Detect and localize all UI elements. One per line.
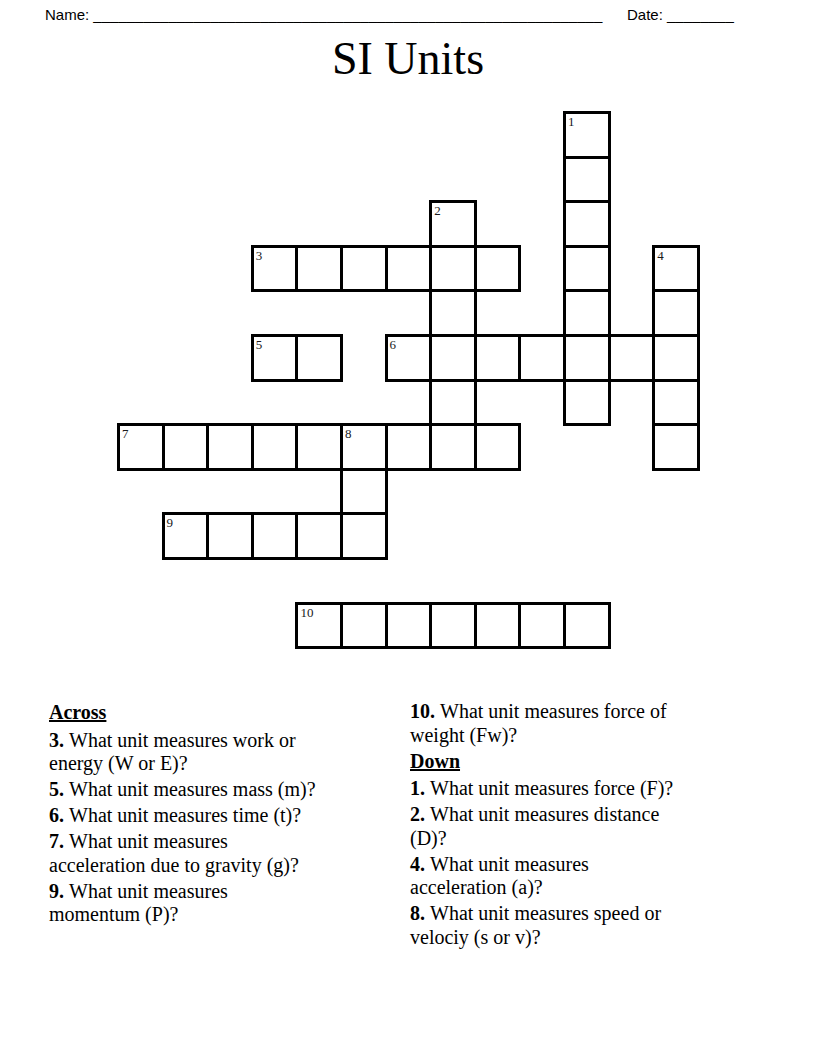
clue-number-8: 8 — [345, 426, 352, 441]
clue-number-10: 10 — [300, 605, 313, 620]
clue-across-7: 7. What unit measuresacceleration due to… — [49, 830, 369, 877]
grid-cell-r5c8[interactable] — [474, 334, 522, 382]
puzzle-title: SI Units — [0, 33, 816, 85]
grid-cell-r9c2[interactable] — [206, 512, 254, 560]
clue-number-7: 7 — [122, 426, 129, 441]
grid-cell-r5c12[interactable] — [652, 334, 700, 382]
grid-cell-r7c6[interactable] — [385, 423, 433, 471]
grid-cell-r7c12[interactable] — [652, 423, 700, 471]
name-label: Name: — [45, 6, 89, 23]
grid-cell-r2c10[interactable] — [563, 200, 611, 248]
grid-cell-r3c5[interactable] — [340, 245, 388, 293]
grid-cell-r5c4[interactable] — [295, 334, 343, 382]
grid-cell-r11c4[interactable]: 10 — [295, 602, 343, 650]
across-heading: Across — [49, 701, 369, 725]
date-label: Date: — [627, 6, 663, 23]
grid-cell-r7c7[interactable] — [429, 423, 477, 471]
grid-cell-r9c3[interactable] — [251, 512, 299, 560]
grid-cell-r11c6[interactable] — [385, 602, 433, 650]
clue-across-9: 9. What unit measuresmomentum (P)? — [49, 880, 369, 927]
grid-cell-r3c3[interactable]: 3 — [251, 245, 299, 293]
clue-number-4: 4 — [657, 248, 664, 263]
crossword-grid: 12345678910 — [117, 111, 700, 649]
grid-cell-r6c7[interactable] — [429, 379, 477, 427]
grid-cell-r7c1[interactable] — [162, 423, 210, 471]
grid-cell-r1c10[interactable] — [563, 156, 611, 204]
grid-cell-r5c7[interactable] — [429, 334, 477, 382]
clue-number-3: 3 — [256, 248, 263, 263]
grid-cell-r3c7[interactable] — [429, 245, 477, 293]
clue-across-5: 5. What unit measures mass (m)? — [49, 778, 369, 802]
clue-down-2: 2. What unit measures distance(D)? — [410, 803, 748, 850]
clue-number-1: 1 — [568, 114, 575, 129]
grid-cell-r3c10[interactable] — [563, 245, 611, 293]
grid-cell-r4c7[interactable] — [429, 289, 477, 337]
grid-cell-r9c1[interactable]: 9 — [162, 512, 210, 560]
clue-down-8: 8. What unit measures speed orvelociy (s… — [410, 902, 748, 949]
grid-cell-r9c5[interactable] — [340, 512, 388, 560]
worksheet-page: Name: __________________________________… — [0, 0, 816, 1056]
clue-down-1: 1. What unit measures force (F)? — [410, 777, 748, 801]
clue-number-6: 6 — [390, 337, 397, 352]
clue-across-6: 6. What unit measures time (t)? — [49, 804, 369, 828]
grid-cell-r7c8[interactable] — [474, 423, 522, 471]
grid-cell-r3c6[interactable] — [385, 245, 433, 293]
grid-cell-r11c5[interactable] — [340, 602, 388, 650]
grid-cell-r5c6[interactable]: 6 — [385, 334, 433, 382]
grid-cell-r6c10[interactable] — [563, 379, 611, 427]
grid-cell-r8c5[interactable] — [340, 468, 388, 516]
grid-cell-r7c3[interactable] — [251, 423, 299, 471]
grid-cell-r4c10[interactable] — [563, 289, 611, 337]
grid-cell-r9c4[interactable] — [295, 512, 343, 560]
grid-cell-r11c7[interactable] — [429, 602, 477, 650]
name-field: Name: __________________________________… — [45, 6, 602, 23]
clue-down-4: 4. What unit measuresacceleration (a)? — [410, 853, 748, 900]
grid-cell-r3c12[interactable]: 4 — [652, 245, 700, 293]
clue-across-3: 3. What unit measures work orenergy (W o… — [49, 729, 369, 776]
grid-cell-r0c10[interactable]: 1 — [563, 111, 611, 159]
grid-cell-r7c0[interactable]: 7 — [117, 423, 165, 471]
grid-cell-r6c12[interactable] — [652, 379, 700, 427]
grid-cell-r4c12[interactable] — [652, 289, 700, 337]
clue-number-2: 2 — [434, 203, 441, 218]
grid-cell-r11c9[interactable] — [518, 602, 566, 650]
grid-cell-r11c8[interactable] — [474, 602, 522, 650]
clue-number-9: 9 — [167, 515, 174, 530]
grid-cell-r5c9[interactable] — [518, 334, 566, 382]
clue-across-10: 10. What unit measures force ofweight (F… — [410, 700, 748, 747]
grid-cell-r5c11[interactable] — [608, 334, 656, 382]
grid-cell-r3c8[interactable] — [474, 245, 522, 293]
clue-number-5: 5 — [256, 337, 263, 352]
down-heading: Down — [410, 750, 748, 774]
grid-cell-r2c7[interactable]: 2 — [429, 200, 477, 248]
grid-cell-r5c10[interactable] — [563, 334, 611, 382]
grid-cell-r7c2[interactable] — [206, 423, 254, 471]
name-blank-line[interactable]: ________________________________________… — [93, 6, 602, 23]
grid-cell-r3c4[interactable] — [295, 245, 343, 293]
clues-column-right: 10. What unit measures force ofweight (F… — [410, 700, 748, 952]
grid-cell-r7c4[interactable] — [295, 423, 343, 471]
grid-cell-r5c3[interactable]: 5 — [251, 334, 299, 382]
clues-section: Across3. What unit measures work orenerg… — [49, 700, 748, 952]
date-field: Date: ________ — [627, 6, 734, 23]
date-blank-line[interactable]: ________ — [667, 6, 734, 23]
grid-cell-r11c10[interactable] — [563, 602, 611, 650]
grid-cell-r7c5[interactable]: 8 — [340, 423, 388, 471]
clues-column-left: Across3. What unit measures work orenerg… — [49, 700, 369, 952]
